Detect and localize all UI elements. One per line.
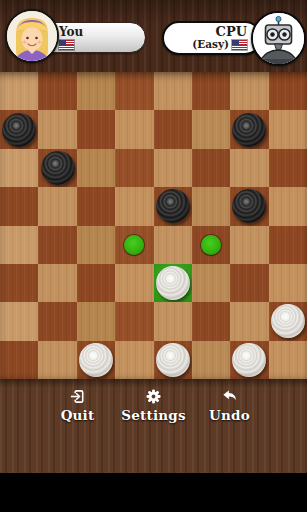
- square-r3c0[interactable]: [0, 187, 38, 225]
- square-r0c3[interactable]: [115, 72, 153, 110]
- square-r4c3[interactable]: [115, 226, 153, 264]
- square-r2c7[interactable]: [269, 149, 307, 187]
- us-flag-you: [59, 40, 74, 50]
- square-r6c4: [154, 302, 192, 340]
- square-r1c2[interactable]: [77, 110, 115, 148]
- square-r0c0: [0, 72, 38, 110]
- square-r1c3: [115, 110, 153, 148]
- cpu-name: CPU: [170, 25, 247, 38]
- robot-avatar-art: [253, 13, 304, 64]
- robot-avatar: [251, 11, 306, 66]
- square-r3c3: [115, 187, 153, 225]
- square-r7c1: [38, 341, 76, 379]
- black-piece[interactable]: [156, 189, 190, 223]
- square-r3c7: [269, 187, 307, 225]
- selected-white-piece[interactable]: [156, 266, 190, 300]
- square-r4c0: [0, 226, 38, 264]
- square-r6c1[interactable]: [38, 302, 76, 340]
- square-r4c5[interactable]: [192, 226, 230, 264]
- you-name: You: [59, 26, 139, 39]
- undo-button[interactable]: Undo: [192, 388, 268, 423]
- woman-avatar: [5, 9, 59, 63]
- square-r7c6[interactable]: [230, 341, 268, 379]
- square-r6c7[interactable]: [269, 302, 307, 340]
- square-r5c5: [192, 264, 230, 302]
- undo-arrow-icon: [221, 388, 238, 405]
- white-piece[interactable]: [271, 304, 305, 338]
- square-r5c7: [269, 264, 307, 302]
- square-r3c4[interactable]: [154, 187, 192, 225]
- white-piece[interactable]: [79, 343, 113, 377]
- square-r6c3[interactable]: [115, 302, 153, 340]
- square-r1c1: [38, 110, 76, 148]
- move-target-dot[interactable]: [201, 235, 221, 255]
- black-piece[interactable]: [2, 113, 36, 147]
- square-r1c0[interactable]: [0, 110, 38, 148]
- square-r5c3: [115, 264, 153, 302]
- square-r6c2: [77, 302, 115, 340]
- undo-label: Undo: [209, 407, 250, 423]
- square-r7c0[interactable]: [0, 341, 38, 379]
- square-r7c5: [192, 341, 230, 379]
- us-flag-cpu: [232, 40, 247, 50]
- square-r1c7: [269, 110, 307, 148]
- square-r2c2: [77, 149, 115, 187]
- square-r4c4: [154, 226, 192, 264]
- square-r5c6[interactable]: [230, 264, 268, 302]
- quit-button[interactable]: Quit: [40, 388, 116, 423]
- cpu-difficulty: (Easy): [192, 39, 229, 50]
- white-piece[interactable]: [156, 343, 190, 377]
- square-r3c5: [192, 187, 230, 225]
- square-r0c7[interactable]: [269, 72, 307, 110]
- square-r4c1[interactable]: [38, 226, 76, 264]
- square-r6c5[interactable]: [192, 302, 230, 340]
- square-r7c2[interactable]: [77, 341, 115, 379]
- square-r0c4: [154, 72, 192, 110]
- square-r1c6[interactable]: [230, 110, 268, 148]
- square-r3c2[interactable]: [77, 187, 115, 225]
- app-screen: You CPU (Easy): [0, 0, 307, 512]
- square-r3c1: [38, 187, 76, 225]
- square-r0c6: [230, 72, 268, 110]
- square-r7c3: [115, 341, 153, 379]
- square-r3c6[interactable]: [230, 187, 268, 225]
- settings-button[interactable]: Settings: [116, 388, 192, 423]
- exit-icon: [69, 388, 86, 405]
- square-r4c6: [230, 226, 268, 264]
- black-piece[interactable]: [41, 151, 75, 185]
- square-r1c4[interactable]: [154, 110, 192, 148]
- top-bar: You CPU (Easy): [0, 0, 307, 72]
- square-r5c4[interactable]: [154, 264, 192, 302]
- square-r7c4[interactable]: [154, 341, 192, 379]
- square-r2c4: [154, 149, 192, 187]
- square-r4c7[interactable]: [269, 226, 307, 264]
- white-piece[interactable]: [232, 343, 266, 377]
- square-r2c1[interactable]: [38, 149, 76, 187]
- square-r0c5[interactable]: [192, 72, 230, 110]
- square-r6c6: [230, 302, 268, 340]
- settings-label: Settings: [121, 407, 185, 423]
- square-r2c6: [230, 149, 268, 187]
- square-r0c1[interactable]: [38, 72, 76, 110]
- action-bar: Quit Settings: [0, 379, 307, 473]
- black-piece[interactable]: [232, 113, 266, 147]
- square-r2c0: [0, 149, 38, 187]
- square-r4c2: [77, 226, 115, 264]
- cpu-badge: CPU (Easy): [162, 21, 262, 55]
- square-r5c0[interactable]: [0, 264, 38, 302]
- square-r2c5[interactable]: [192, 149, 230, 187]
- gear-icon: [145, 388, 162, 405]
- square-r0c2: [77, 72, 115, 110]
- square-r5c2[interactable]: [77, 264, 115, 302]
- square-r1c5: [192, 110, 230, 148]
- woman-avatar-art: [7, 11, 57, 61]
- black-piece[interactable]: [232, 189, 266, 223]
- move-target-dot[interactable]: [124, 235, 144, 255]
- android-nav-bar: [0, 473, 307, 512]
- quit-label: Quit: [61, 407, 95, 423]
- square-r2c3[interactable]: [115, 149, 153, 187]
- square-r7c7: [269, 341, 307, 379]
- square-r5c1: [38, 264, 76, 302]
- checkers-board: [0, 72, 307, 379]
- square-r6c0: [0, 302, 38, 340]
